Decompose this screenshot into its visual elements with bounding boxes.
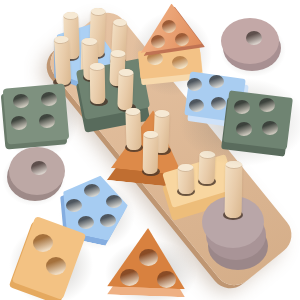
hole: [162, 20, 176, 33]
hole: [262, 121, 278, 135]
peg: [89, 63, 105, 104]
hole: [157, 271, 176, 288]
hole: [187, 78, 202, 91]
hole: [151, 35, 165, 48]
hole: [139, 249, 158, 266]
loose-square-green-left-top: [3, 83, 70, 144]
peg-body: [224, 161, 242, 218]
peg: [177, 164, 194, 195]
hole: [13, 94, 29, 108]
hole: [259, 98, 275, 112]
loose-rectangle-apricot-bottom: [12, 218, 86, 298]
hole: [189, 99, 204, 112]
loose-square-green-left: [0, 80, 72, 148]
peg: [117, 69, 133, 110]
hole: [31, 161, 47, 175]
peg-cap: [143, 131, 158, 139]
loose-triangle-orange-bottom: [103, 224, 191, 298]
hole: [84, 184, 100, 197]
hole: [39, 114, 55, 128]
hole: [106, 195, 122, 208]
hole: [46, 257, 66, 275]
peg: [125, 108, 141, 150]
loose-triangle-salmon-top: [136, 0, 206, 56]
peg: [53, 36, 71, 86]
peg-cap: [89, 63, 104, 71]
peg: [224, 161, 242, 218]
loose-square-green-right-top: [223, 90, 293, 149]
loose-square-green-right: [218, 84, 298, 156]
hole: [236, 122, 252, 136]
scene: [0, 0, 300, 300]
hole: [246, 31, 262, 45]
hole: [120, 269, 139, 286]
hole: [41, 92, 57, 106]
peg: [142, 131, 158, 174]
hole: [66, 199, 82, 212]
hole: [11, 116, 27, 130]
hole: [175, 33, 189, 46]
hole: [33, 234, 53, 252]
hole: [234, 100, 250, 114]
